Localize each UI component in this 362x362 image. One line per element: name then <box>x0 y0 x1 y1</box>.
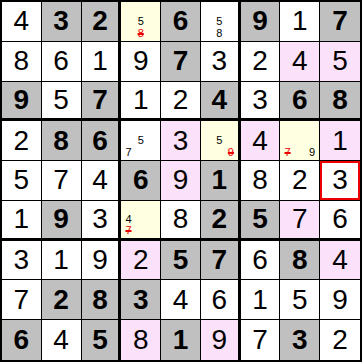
given-digit: 6 <box>133 166 149 194</box>
cell-r3c4[interactable]: 1 <box>121 82 161 122</box>
entered-digit: 3 <box>92 205 108 233</box>
entered-digit: 4 <box>252 127 268 155</box>
candidate-7-eliminated: 7 <box>281 147 293 159</box>
given-digit: 2 <box>211 205 227 233</box>
entered-digit: 5 <box>53 86 69 114</box>
entered-digit: 4 <box>292 47 308 75</box>
cell-r5c9[interactable]: 3 <box>320 161 360 201</box>
entered-digit: 4 <box>332 246 348 274</box>
entered-digit: 2 <box>133 246 149 274</box>
entered-digit: 1 <box>53 246 69 274</box>
cell-r9c7[interactable]: 7 <box>241 320 281 360</box>
cell-r8c1[interactable]: 7 <box>2 280 42 320</box>
candidate-empty-slot <box>294 147 306 159</box>
candidate-7-eliminated: 7 <box>122 225 134 237</box>
cell-r8c4[interactable]: 3 <box>121 280 161 320</box>
given-digit: 8 <box>53 127 69 155</box>
entered-digit: 3 <box>252 86 268 114</box>
entered-digit: 1 <box>252 286 268 314</box>
entered-digit: 1 <box>332 127 348 155</box>
cell-r4c2[interactable]: 8 <box>42 121 82 161</box>
cell-r3c1[interactable]: 9 <box>2 82 42 122</box>
entered-digit: 2 <box>252 47 268 75</box>
candidate-empty-slot <box>202 147 214 159</box>
cell-r7c3[interactable]: 9 <box>82 241 122 281</box>
cell-r4c8[interactable]: 79 <box>280 121 320 161</box>
cell-r9c4[interactable]: 8 <box>121 320 161 360</box>
entered-digit: 4 <box>53 326 69 354</box>
pencil-marks: 59 <box>202 122 237 159</box>
given-digit: 3 <box>53 7 69 35</box>
given-digit: 3 <box>133 286 149 314</box>
given-digit: 4 <box>211 86 227 114</box>
cell-r1c5[interactable]: 6 <box>161 2 201 42</box>
cell-r8c6[interactable]: 6 <box>201 280 241 320</box>
cell-r5c1[interactable]: 5 <box>2 161 42 201</box>
entered-digit: 8 <box>133 326 149 354</box>
cell-r3c6[interactable]: 4 <box>201 82 241 122</box>
cell-r6c8[interactable]: 7 <box>280 201 320 241</box>
candidate-empty-slot <box>213 147 225 159</box>
given-digit: 6 <box>173 7 189 35</box>
cell-r7c2[interactable]: 1 <box>42 241 82 281</box>
pencil-marks: 57 <box>122 122 159 159</box>
cell-r3c8[interactable]: 6 <box>280 82 320 122</box>
candidate-empty-slot <box>202 28 214 40</box>
cell-r6c6[interactable]: 2 <box>201 201 241 241</box>
entered-digit: 9 <box>211 326 227 354</box>
pencil-marks: 58 <box>202 3 237 40</box>
entered-digit: 5 <box>292 286 308 314</box>
entered-digit: 4 <box>92 166 108 194</box>
candidate-empty-slot <box>122 3 134 15</box>
cell-r4c3[interactable]: 6 <box>82 121 122 161</box>
given-digit: 7 <box>332 7 348 35</box>
cell-r5c5[interactable]: 9 <box>161 161 201 201</box>
given-digit: 7 <box>211 246 227 274</box>
candidate-empty-slot <box>225 122 237 134</box>
cell-r6c9[interactable]: 6 <box>320 201 360 241</box>
given-digit: 7 <box>92 86 108 114</box>
candidate-empty-slot <box>281 122 293 134</box>
candidate-empty-slot <box>225 15 237 27</box>
cell-r6c2[interactable]: 9 <box>42 201 82 241</box>
cell-r5c3[interactable]: 4 <box>82 161 122 201</box>
candidate-empty-slot <box>306 135 318 147</box>
cell-r8c7[interactable]: 1 <box>241 280 281 320</box>
entered-digit: 1 <box>133 86 149 114</box>
cell-r4c1[interactable]: 2 <box>2 121 42 161</box>
candidate-empty-slot <box>147 225 159 237</box>
candidate-empty-slot <box>122 28 134 40</box>
entered-digit: 8 <box>252 166 268 194</box>
entered-digit: 7 <box>292 205 308 233</box>
entered-digit: 7 <box>252 326 268 354</box>
cell-r6c4[interactable]: 47 <box>121 201 161 241</box>
cell-r5c6[interactable]: 1 <box>201 161 241 201</box>
entered-digit: 9 <box>173 166 189 194</box>
cell-r5c8[interactable]: 2 <box>280 161 320 201</box>
candidate-empty-slot <box>135 122 147 134</box>
pencil-marks: 58 <box>122 3 159 40</box>
cell-r2c3[interactable]: 1 <box>82 42 122 82</box>
cell-r7c7[interactable]: 6 <box>241 241 281 281</box>
entered-digit: 3 <box>173 127 189 155</box>
candidate-5: 5 <box>213 15 225 27</box>
cell-r8c2[interactable]: 2 <box>42 280 82 320</box>
candidate-5: 5 <box>135 135 147 147</box>
candidate-empty-slot <box>135 202 147 214</box>
candidate-empty-slot <box>147 15 159 27</box>
candidate-8-eliminated: 8 <box>135 28 147 40</box>
cell-r6c3[interactable]: 3 <box>82 201 122 241</box>
entered-digit: 2 <box>332 326 348 354</box>
cell-r9c1[interactable]: 6 <box>2 320 42 360</box>
entered-digit: 5 <box>332 47 348 75</box>
cell-r1c3[interactable]: 2 <box>82 2 122 42</box>
candidate-empty-slot <box>294 135 306 147</box>
given-digit: 9 <box>53 205 69 233</box>
candidate-empty-slot <box>135 3 147 15</box>
cell-r4c7[interactable]: 4 <box>241 121 281 161</box>
entered-digit: 2 <box>292 166 308 194</box>
candidate-empty-slot <box>202 135 214 147</box>
candidate-empty-slot <box>225 3 237 15</box>
entered-digit: 3 <box>211 47 227 75</box>
pencil-marks: 47 <box>122 202 159 237</box>
candidate-empty-slot <box>202 15 214 27</box>
sudoku-board: 4325865891786197324595712436828657359479… <box>0 0 362 362</box>
candidate-7: 7 <box>122 147 134 159</box>
cell-r9c3[interactable]: 5 <box>82 320 122 360</box>
cell-r9c8[interactable]: 3 <box>280 320 320 360</box>
cell-r9c9[interactable]: 2 <box>320 320 360 360</box>
cell-r8c8[interactable]: 5 <box>280 280 320 320</box>
candidate-empty-slot <box>122 202 134 214</box>
candidate-empty-slot <box>147 202 159 214</box>
candidate-9-eliminated: 9 <box>225 147 237 159</box>
entered-digit: 1 <box>14 205 30 233</box>
cell-r4c6[interactable]: 59 <box>201 121 241 161</box>
candidate-empty-slot <box>147 135 159 147</box>
candidate-empty-slot <box>306 122 318 134</box>
cell-r2c1[interactable]: 8 <box>2 42 42 82</box>
candidate-4: 4 <box>122 213 134 225</box>
cell-r5c4[interactable]: 6 <box>121 161 161 201</box>
cell-r4c9[interactable]: 1 <box>320 121 360 161</box>
entered-digit: 5 <box>14 166 30 194</box>
cell-r7c9[interactable]: 4 <box>320 241 360 281</box>
cell-r9c6[interactable]: 9 <box>201 320 241 360</box>
entered-digit: 4 <box>14 7 30 35</box>
candidate-empty-slot <box>135 213 147 225</box>
entered-digit: 9 <box>332 286 348 314</box>
entered-digit: 7 <box>14 286 30 314</box>
cell-r3c7[interactable]: 3 <box>241 82 281 122</box>
given-digit: 6 <box>292 86 308 114</box>
candidate-empty-slot <box>122 15 134 27</box>
given-digit: 7 <box>173 47 189 75</box>
entered-digit: 9 <box>133 47 149 75</box>
candidate-empty-slot <box>147 147 159 159</box>
cell-r2c2[interactable]: 6 <box>42 42 82 82</box>
given-digit: 6 <box>92 127 108 155</box>
given-digit: 6 <box>14 326 30 354</box>
candidate-5: 5 <box>213 135 225 147</box>
cell-r7c4[interactable]: 2 <box>121 241 161 281</box>
cell-r7c6[interactable]: 7 <box>201 241 241 281</box>
entered-digit: 3 <box>14 246 30 274</box>
candidate-empty-slot <box>147 28 159 40</box>
cell-r8c3[interactable]: 8 <box>82 280 122 320</box>
candidate-empty-slot <box>202 3 214 15</box>
cell-r1c4[interactable]: 58 <box>121 2 161 42</box>
entered-digit: 6 <box>252 246 268 274</box>
cell-r7c1[interactable]: 3 <box>2 241 42 281</box>
cell-r1c6[interactable]: 58 <box>201 2 241 42</box>
candidate-empty-slot <box>225 28 237 40</box>
candidate-8: 8 <box>213 28 225 40</box>
cell-r7c5[interactable]: 5 <box>161 241 201 281</box>
given-digit: 8 <box>332 86 348 114</box>
candidate-empty-slot <box>135 225 147 237</box>
cell-r9c2[interactable]: 4 <box>42 320 82 360</box>
candidate-empty-slot <box>147 122 159 134</box>
candidate-empty-slot <box>213 122 225 134</box>
cell-r2c5[interactable]: 7 <box>161 42 201 82</box>
entered-digit: 8 <box>14 47 30 75</box>
given-digit: 8 <box>92 286 108 314</box>
entered-digit: 2 <box>14 127 30 155</box>
cell-r2c7[interactable]: 2 <box>241 42 281 82</box>
entered-digit: 1 <box>92 47 108 75</box>
cell-r2c4[interactable]: 9 <box>121 42 161 82</box>
cell-r4c4[interactable]: 57 <box>121 121 161 161</box>
cell-r6c5[interactable]: 8 <box>161 201 201 241</box>
cell-r5c2[interactable]: 7 <box>42 161 82 201</box>
cell-r3c5[interactable]: 2 <box>161 82 201 122</box>
given-digit: 9 <box>14 86 30 114</box>
candidate-9: 9 <box>306 147 318 159</box>
candidate-5: 5 <box>135 15 147 27</box>
cell-r7c8[interactable]: 8 <box>280 241 320 281</box>
entered-digit: 6 <box>53 47 69 75</box>
given-digit: 1 <box>173 326 189 354</box>
candidate-empty-slot <box>202 122 214 134</box>
cell-r2c8[interactable]: 4 <box>280 42 320 82</box>
cell-r3c2[interactable]: 5 <box>42 82 82 122</box>
entered-digit: 8 <box>173 205 189 233</box>
given-digit: 8 <box>292 246 308 274</box>
candidate-empty-slot <box>122 135 134 147</box>
entered-digit: 2 <box>173 86 189 114</box>
candidate-empty-slot <box>294 122 306 134</box>
cell-r5c7[interactable]: 8 <box>241 161 281 201</box>
given-digit: 5 <box>92 326 108 354</box>
given-digit: 9 <box>252 7 268 35</box>
entered-digit: 7 <box>53 166 69 194</box>
given-digit: 3 <box>292 326 308 354</box>
cell-r3c3[interactable]: 7 <box>82 82 122 122</box>
cell-r3c9[interactable]: 8 <box>320 82 360 122</box>
given-digit: 2 <box>53 286 69 314</box>
candidate-empty-slot <box>147 213 159 225</box>
cell-r6c1[interactable]: 1 <box>2 201 42 241</box>
entered-digit: 3 <box>332 166 348 194</box>
entered-digit: 6 <box>211 286 227 314</box>
cell-r9c5[interactable]: 1 <box>161 320 201 360</box>
cell-r2c6[interactable]: 3 <box>201 42 241 82</box>
cell-r2c9[interactable]: 5 <box>320 42 360 82</box>
candidate-empty-slot <box>213 3 225 15</box>
entered-digit: 4 <box>173 286 189 314</box>
entered-digit: 9 <box>92 246 108 274</box>
cell-r6c7[interactable]: 5 <box>241 201 281 241</box>
cell-r4c5[interactable]: 3 <box>161 121 201 161</box>
candidate-empty-slot <box>135 147 147 159</box>
cell-r1c7[interactable]: 9 <box>241 2 281 42</box>
given-digit: 5 <box>173 246 189 274</box>
candidate-empty-slot <box>122 122 134 134</box>
candidate-empty-slot <box>281 135 293 147</box>
cell-r1c1[interactable]: 4 <box>2 2 42 42</box>
cell-r1c2[interactable]: 3 <box>42 2 82 42</box>
cell-r1c8[interactable]: 1 <box>280 2 320 42</box>
cell-r8c5[interactable]: 4 <box>161 280 201 320</box>
given-digit: 2 <box>92 7 108 35</box>
candidate-empty-slot <box>147 3 159 15</box>
cell-r8c9[interactable]: 9 <box>320 280 360 320</box>
candidate-empty-slot <box>225 135 237 147</box>
given-digit: 5 <box>252 205 268 233</box>
cell-r1c9[interactable]: 7 <box>320 2 360 42</box>
entered-digit: 1 <box>292 7 308 35</box>
pencil-marks: 79 <box>281 122 318 159</box>
given-digit: 1 <box>211 166 227 194</box>
entered-digit: 6 <box>332 205 348 233</box>
